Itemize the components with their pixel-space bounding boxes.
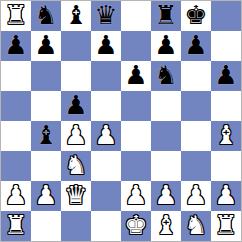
piece-black-king[interactable]: ♚ <box>184 2 207 28</box>
piece-black-pawn[interactable]: ♟ <box>94 32 117 58</box>
square-d1[interactable] <box>91 211 121 241</box>
piece-black-pawn[interactable]: ♟ <box>124 62 147 88</box>
square-g6[interactable] <box>181 61 211 91</box>
square-h1[interactable]: ♜ <box>211 211 241 241</box>
square-f5[interactable] <box>151 91 181 121</box>
square-e2[interactable]: ♟ <box>121 181 151 211</box>
piece-black-pawn[interactable]: ♟ <box>64 92 87 118</box>
square-f7[interactable]: ♟ <box>151 31 181 61</box>
square-d7[interactable]: ♟ <box>91 31 121 61</box>
piece-white-pawn[interactable]: ♟ <box>184 182 207 208</box>
square-f4[interactable] <box>151 121 181 151</box>
square-e4[interactable] <box>121 121 151 151</box>
piece-white-pawn[interactable]: ♟ <box>64 122 87 148</box>
square-c5[interactable]: ♟ <box>61 91 91 121</box>
square-a7[interactable]: ♟ <box>1 31 31 61</box>
square-g5[interactable] <box>181 91 211 121</box>
square-g1[interactable]: ♞ <box>181 211 211 241</box>
square-g7[interactable]: ♟ <box>181 31 211 61</box>
piece-white-bishop[interactable]: ♝ <box>154 212 177 238</box>
square-c2[interactable]: ♛ <box>61 181 91 211</box>
square-b1[interactable] <box>31 211 61 241</box>
piece-white-knight[interactable]: ♞ <box>64 152 87 178</box>
square-b2[interactable]: ♟ <box>31 181 61 211</box>
square-d4[interactable]: ♟ <box>91 121 121 151</box>
square-a6[interactable] <box>1 61 31 91</box>
square-b5[interactable] <box>31 91 61 121</box>
square-a5[interactable] <box>1 91 31 121</box>
square-g8[interactable]: ♚ <box>181 1 211 31</box>
square-d6[interactable] <box>91 61 121 91</box>
piece-white-pawn[interactable]: ♟ <box>4 182 27 208</box>
piece-white-pawn[interactable]: ♟ <box>124 182 147 208</box>
square-c8[interactable]: ♝ <box>61 1 91 31</box>
square-d8[interactable]: ♛ <box>91 1 121 31</box>
square-h4[interactable]: ♝ <box>211 121 241 151</box>
square-a3[interactable] <box>1 151 31 181</box>
piece-white-pawn[interactable]: ♟ <box>94 122 117 148</box>
piece-black-knight[interactable]: ♞ <box>34 2 57 28</box>
square-g2[interactable]: ♟ <box>181 181 211 211</box>
square-a4[interactable] <box>1 121 31 151</box>
square-c1[interactable] <box>61 211 91 241</box>
piece-black-pawn[interactable]: ♟ <box>34 32 57 58</box>
square-f1[interactable]: ♝ <box>151 211 181 241</box>
piece-white-knight[interactable]: ♞ <box>184 212 207 238</box>
square-b6[interactable] <box>31 61 61 91</box>
square-h7[interactable] <box>211 31 241 61</box>
piece-black-queen[interactable]: ♛ <box>94 2 117 28</box>
square-g3[interactable] <box>181 151 211 181</box>
piece-black-bishop[interactable]: ♝ <box>34 122 57 148</box>
square-d2[interactable] <box>91 181 121 211</box>
piece-white-queen[interactable]: ♛ <box>64 182 87 208</box>
square-h3[interactable] <box>211 151 241 181</box>
square-b8[interactable]: ♞ <box>31 1 61 31</box>
piece-white-rook[interactable]: ♜ <box>4 2 27 28</box>
piece-white-rook[interactable]: ♜ <box>214 212 237 238</box>
square-f2[interactable]: ♟ <box>151 181 181 211</box>
piece-black-knight[interactable]: ♞ <box>154 62 177 88</box>
square-b7[interactable]: ♟ <box>31 31 61 61</box>
piece-white-pawn[interactable]: ♟ <box>154 182 177 208</box>
square-f3[interactable] <box>151 151 181 181</box>
piece-black-rook[interactable]: ♜ <box>154 2 177 28</box>
square-h8[interactable] <box>211 1 241 31</box>
square-c4[interactable]: ♟ <box>61 121 91 151</box>
square-e7[interactable] <box>121 31 151 61</box>
square-d3[interactable] <box>91 151 121 181</box>
piece-white-rook[interactable]: ♜ <box>4 212 27 238</box>
square-e5[interactable] <box>121 91 151 121</box>
square-f6[interactable]: ♞ <box>151 61 181 91</box>
square-c6[interactable] <box>61 61 91 91</box>
piece-black-pawn[interactable]: ♟ <box>184 32 207 58</box>
piece-white-bishop[interactable]: ♝ <box>214 122 237 148</box>
piece-black-pawn[interactable]: ♟ <box>154 32 177 58</box>
square-e1[interactable]: ♚ <box>121 211 151 241</box>
square-h2[interactable]: ♟ <box>211 181 241 211</box>
square-e8[interactable] <box>121 1 151 31</box>
square-a1[interactable]: ♜ <box>1 211 31 241</box>
square-h5[interactable] <box>211 91 241 121</box>
square-a8[interactable]: ♜ <box>1 1 31 31</box>
chess-board: ♜♞♝♛♜♚♟♟♟♟♟♟♞♟♟♝♟♟♝♞♟♟♛♟♟♟♟♜♚♝♞♜ <box>0 0 242 242</box>
square-c3[interactable]: ♞ <box>61 151 91 181</box>
piece-white-pawn[interactable]: ♟ <box>214 182 237 208</box>
piece-white-king[interactable]: ♚ <box>124 212 147 238</box>
square-c7[interactable] <box>61 31 91 61</box>
piece-black-pawn[interactable]: ♟ <box>4 32 27 58</box>
square-b3[interactable] <box>31 151 61 181</box>
piece-black-bishop[interactable]: ♝ <box>64 2 87 28</box>
square-b4[interactable]: ♝ <box>31 121 61 151</box>
square-d5[interactable] <box>91 91 121 121</box>
square-a2[interactable]: ♟ <box>1 181 31 211</box>
square-e3[interactable] <box>121 151 151 181</box>
square-e6[interactable]: ♟ <box>121 61 151 91</box>
square-g4[interactable] <box>181 121 211 151</box>
square-h6[interactable]: ♟ <box>211 61 241 91</box>
piece-black-pawn[interactable]: ♟ <box>214 62 237 88</box>
piece-white-pawn[interactable]: ♟ <box>34 182 57 208</box>
square-f8[interactable]: ♜ <box>151 1 181 31</box>
